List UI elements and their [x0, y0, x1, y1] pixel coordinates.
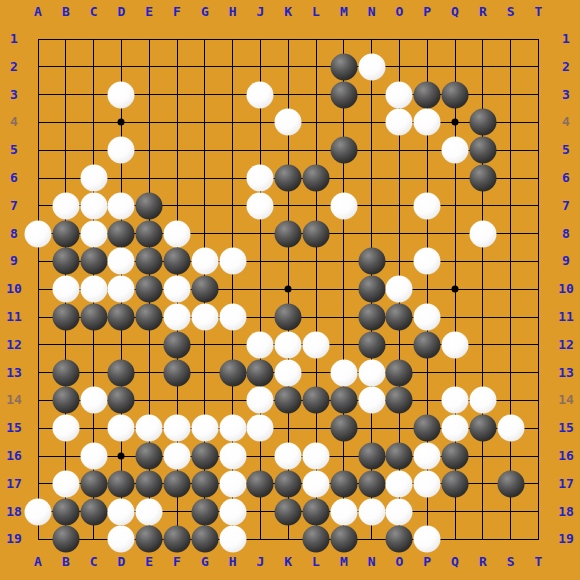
stone-white-R8: [469, 220, 496, 247]
grid-line-vertical-T: [538, 39, 539, 540]
col-label-top-S: S: [499, 5, 523, 18]
stone-white-L17: [303, 470, 330, 497]
row-label-right-16: 16: [554, 449, 578, 462]
go-board[interactable]: AABBCCDDEEFFGGHHJJKKLLMMNNOOPPQQRRSSTT11…: [0, 0, 580, 580]
stone-white-D3: [108, 81, 135, 108]
stone-white-N13: [358, 359, 385, 386]
stone-black-C17: [80, 470, 107, 497]
stone-white-M18: [330, 498, 357, 525]
stone-white-O17: [386, 470, 413, 497]
row-label-left-8: 8: [2, 227, 26, 240]
star-point-D16: [118, 453, 125, 460]
col-label-bottom-T: T: [526, 555, 550, 568]
stone-black-B19: [52, 526, 79, 553]
row-label-right-8: 8: [554, 227, 578, 240]
stone-black-O13: [386, 359, 413, 386]
stone-black-O19: [386, 526, 413, 553]
stone-black-N16: [358, 443, 385, 470]
stone-black-K8: [275, 220, 302, 247]
stone-black-N10: [358, 276, 385, 303]
stone-white-M7: [330, 192, 357, 219]
col-label-top-G: G: [193, 5, 217, 18]
stone-black-M15: [330, 415, 357, 442]
stone-black-G17: [191, 470, 218, 497]
row-label-right-11: 11: [554, 310, 578, 323]
stone-white-C14: [80, 387, 107, 414]
stone-black-M17: [330, 470, 357, 497]
row-label-left-14: 14: [2, 393, 26, 406]
stone-black-M14: [330, 387, 357, 414]
row-label-right-1: 1: [554, 32, 578, 45]
col-label-top-H: H: [221, 5, 245, 18]
stone-white-D7: [108, 192, 135, 219]
stone-black-J17: [247, 470, 274, 497]
col-label-bottom-H: H: [221, 555, 245, 568]
stone-black-R6: [469, 165, 496, 192]
row-label-left-2: 2: [2, 60, 26, 73]
row-label-left-6: 6: [2, 171, 26, 184]
stone-white-B15: [52, 415, 79, 442]
stone-black-G18: [191, 498, 218, 525]
stone-white-Q5: [442, 137, 469, 164]
row-label-right-14: 14: [554, 393, 578, 406]
stone-black-C9: [80, 248, 107, 275]
stone-white-J14: [247, 387, 274, 414]
stone-white-H19: [219, 526, 246, 553]
stone-black-R15: [469, 415, 496, 442]
col-label-top-P: P: [415, 5, 439, 18]
stone-white-G15: [191, 415, 218, 442]
row-label-left-12: 12: [2, 338, 26, 351]
stone-white-J12: [247, 331, 274, 358]
stone-black-N11: [358, 304, 385, 331]
col-label-top-R: R: [471, 5, 495, 18]
grid-line-vertical-J: [260, 39, 261, 540]
stone-white-H17: [219, 470, 246, 497]
col-label-bottom-P: P: [415, 555, 439, 568]
row-label-right-4: 4: [554, 115, 578, 128]
stone-black-K14: [275, 387, 302, 414]
stone-white-K4: [275, 109, 302, 136]
col-label-top-F: F: [165, 5, 189, 18]
stone-black-P12: [414, 331, 441, 358]
stone-black-D8: [108, 220, 135, 247]
stone-black-B18: [52, 498, 79, 525]
stone-white-O3: [386, 81, 413, 108]
stone-white-A18: [25, 498, 52, 525]
stone-black-L6: [303, 165, 330, 192]
stone-white-B17: [52, 470, 79, 497]
stone-white-S15: [497, 415, 524, 442]
stone-black-B14: [52, 387, 79, 414]
stone-black-C11: [80, 304, 107, 331]
stone-white-H18: [219, 498, 246, 525]
stone-black-E16: [136, 443, 163, 470]
stone-white-P9: [414, 248, 441, 275]
row-label-left-1: 1: [2, 32, 26, 45]
stone-white-H15: [219, 415, 246, 442]
stone-white-P11: [414, 304, 441, 331]
stone-white-P17: [414, 470, 441, 497]
col-label-bottom-N: N: [360, 555, 384, 568]
col-label-top-M: M: [332, 5, 356, 18]
grid-line-horizontal-2: [38, 66, 539, 67]
stone-black-L18: [303, 498, 330, 525]
stone-black-O16: [386, 443, 413, 470]
stone-black-J13: [247, 359, 274, 386]
stone-white-L16: [303, 443, 330, 470]
stone-white-Q12: [442, 331, 469, 358]
col-label-top-O: O: [387, 5, 411, 18]
stone-white-B10: [52, 276, 79, 303]
stone-black-F19: [164, 526, 191, 553]
stone-black-E8: [136, 220, 163, 247]
grid-line-vertical-S: [510, 39, 511, 540]
grid-line-vertical-M: [343, 39, 344, 540]
col-label-bottom-L: L: [304, 555, 328, 568]
stone-black-F17: [164, 470, 191, 497]
stone-black-G16: [191, 443, 218, 470]
col-label-top-J: J: [248, 5, 272, 18]
stone-black-P15: [414, 415, 441, 442]
stone-black-G19: [191, 526, 218, 553]
stone-white-F16: [164, 443, 191, 470]
stone-black-S17: [497, 470, 524, 497]
row-label-right-17: 17: [554, 477, 578, 490]
stone-white-M13: [330, 359, 357, 386]
stone-white-H11: [219, 304, 246, 331]
stone-white-N18: [358, 498, 385, 525]
stone-black-Q17: [442, 470, 469, 497]
stone-white-C7: [80, 192, 107, 219]
stone-white-B7: [52, 192, 79, 219]
stone-white-G11: [191, 304, 218, 331]
col-label-bottom-Q: Q: [443, 555, 467, 568]
stone-white-D9: [108, 248, 135, 275]
col-label-top-E: E: [137, 5, 161, 18]
col-label-top-B: B: [54, 5, 78, 18]
star-point-Q4: [452, 119, 459, 126]
row-label-left-19: 19: [2, 532, 26, 545]
stone-white-O18: [386, 498, 413, 525]
stone-black-M19: [330, 526, 357, 553]
stone-black-E10: [136, 276, 163, 303]
stone-black-E11: [136, 304, 163, 331]
grid-line-vertical-A: [38, 39, 39, 540]
stone-white-E15: [136, 415, 163, 442]
stone-black-Q16: [442, 443, 469, 470]
stone-black-N17: [358, 470, 385, 497]
col-label-bottom-O: O: [387, 555, 411, 568]
stone-black-K6: [275, 165, 302, 192]
stone-black-N12: [358, 331, 385, 358]
col-label-bottom-C: C: [82, 555, 106, 568]
stone-black-M2: [330, 53, 357, 80]
row-label-left-5: 5: [2, 143, 26, 156]
row-label-right-9: 9: [554, 254, 578, 267]
stone-white-D10: [108, 276, 135, 303]
stone-white-J15: [247, 415, 274, 442]
stone-white-P4: [414, 109, 441, 136]
row-label-right-7: 7: [554, 199, 578, 212]
row-label-left-9: 9: [2, 254, 26, 267]
stone-black-O11: [386, 304, 413, 331]
stone-white-C8: [80, 220, 107, 247]
row-label-right-13: 13: [554, 366, 578, 379]
stone-black-E19: [136, 526, 163, 553]
stone-black-D17: [108, 470, 135, 497]
stone-white-F15: [164, 415, 191, 442]
stone-black-Q3: [442, 81, 469, 108]
stone-white-G9: [191, 248, 218, 275]
stone-white-E18: [136, 498, 163, 525]
stone-black-M5: [330, 137, 357, 164]
row-label-left-13: 13: [2, 366, 26, 379]
row-label-right-5: 5: [554, 143, 578, 156]
col-label-bottom-M: M: [332, 555, 356, 568]
row-label-left-4: 4: [2, 115, 26, 128]
stone-black-F13: [164, 359, 191, 386]
col-label-bottom-A: A: [26, 555, 50, 568]
stone-black-R5: [469, 137, 496, 164]
stone-black-K18: [275, 498, 302, 525]
row-label-left-17: 17: [2, 477, 26, 490]
stone-white-D19: [108, 526, 135, 553]
col-label-top-C: C: [82, 5, 106, 18]
stone-black-K11: [275, 304, 302, 331]
stone-white-J7: [247, 192, 274, 219]
col-label-top-N: N: [360, 5, 384, 18]
stone-white-O4: [386, 109, 413, 136]
stone-black-B13: [52, 359, 79, 386]
row-label-left-18: 18: [2, 505, 26, 518]
stone-white-P16: [414, 443, 441, 470]
row-label-left-10: 10: [2, 282, 26, 295]
stone-black-P3: [414, 81, 441, 108]
stone-black-B11: [52, 304, 79, 331]
row-label-left-11: 11: [2, 310, 26, 323]
col-label-top-D: D: [109, 5, 133, 18]
stone-white-D5: [108, 137, 135, 164]
stone-white-K12: [275, 331, 302, 358]
stone-black-E9: [136, 248, 163, 275]
row-label-right-3: 3: [554, 88, 578, 101]
row-label-left-15: 15: [2, 421, 26, 434]
stone-white-N2: [358, 53, 385, 80]
stone-white-C10: [80, 276, 107, 303]
col-label-bottom-F: F: [165, 555, 189, 568]
stone-white-A8: [25, 220, 52, 247]
col-label-bottom-J: J: [248, 555, 272, 568]
stone-white-D18: [108, 498, 135, 525]
col-label-bottom-K: K: [276, 555, 300, 568]
stone-black-F9: [164, 248, 191, 275]
stone-black-L8: [303, 220, 330, 247]
stone-black-H13: [219, 359, 246, 386]
stone-black-D11: [108, 304, 135, 331]
stone-white-H16: [219, 443, 246, 470]
col-label-top-Q: Q: [443, 5, 467, 18]
col-label-bottom-R: R: [471, 555, 495, 568]
row-label-right-18: 18: [554, 505, 578, 518]
star-point-D4: [118, 119, 125, 126]
row-label-right-12: 12: [554, 338, 578, 351]
stone-white-C6: [80, 165, 107, 192]
col-label-bottom-S: S: [499, 555, 523, 568]
stone-black-B8: [52, 220, 79, 247]
stone-white-F10: [164, 276, 191, 303]
stone-white-K13: [275, 359, 302, 386]
stone-white-L12: [303, 331, 330, 358]
row-label-right-10: 10: [554, 282, 578, 295]
stone-white-C16: [80, 443, 107, 470]
col-label-bottom-B: B: [54, 555, 78, 568]
col-label-top-A: A: [26, 5, 50, 18]
stone-black-M3: [330, 81, 357, 108]
col-label-bottom-D: D: [109, 555, 133, 568]
col-label-top-K: K: [276, 5, 300, 18]
grid-line-horizontal-1: [38, 39, 539, 40]
stone-black-D14: [108, 387, 135, 414]
stone-white-J6: [247, 165, 274, 192]
stone-black-L19: [303, 526, 330, 553]
row-label-right-15: 15: [554, 421, 578, 434]
stone-white-Q15: [442, 415, 469, 442]
stone-white-H9: [219, 248, 246, 275]
star-point-K10: [285, 286, 292, 293]
stone-black-R4: [469, 109, 496, 136]
stone-black-B9: [52, 248, 79, 275]
stone-white-F11: [164, 304, 191, 331]
stone-black-K17: [275, 470, 302, 497]
row-label-left-16: 16: [2, 449, 26, 462]
row-label-left-3: 3: [2, 88, 26, 101]
stone-white-P19: [414, 526, 441, 553]
stone-white-K16: [275, 443, 302, 470]
col-label-top-T: T: [526, 5, 550, 18]
stone-white-J3: [247, 81, 274, 108]
stone-white-N14: [358, 387, 385, 414]
stone-black-C18: [80, 498, 107, 525]
stone-black-E17: [136, 470, 163, 497]
stone-black-F12: [164, 331, 191, 358]
stone-black-O14: [386, 387, 413, 414]
star-point-Q10: [452, 286, 459, 293]
col-label-top-L: L: [304, 5, 328, 18]
stone-white-D15: [108, 415, 135, 442]
stone-black-L14: [303, 387, 330, 414]
row-label-right-6: 6: [554, 171, 578, 184]
row-label-right-19: 19: [554, 532, 578, 545]
stone-white-Q14: [442, 387, 469, 414]
stone-black-N9: [358, 248, 385, 275]
stone-white-O10: [386, 276, 413, 303]
stone-white-R14: [469, 387, 496, 414]
row-label-right-2: 2: [554, 60, 578, 73]
col-label-bottom-E: E: [137, 555, 161, 568]
col-label-bottom-G: G: [193, 555, 217, 568]
row-label-left-7: 7: [2, 199, 26, 212]
stone-black-D13: [108, 359, 135, 386]
stone-white-P7: [414, 192, 441, 219]
stone-black-G10: [191, 276, 218, 303]
stone-black-E7: [136, 192, 163, 219]
stone-white-F8: [164, 220, 191, 247]
